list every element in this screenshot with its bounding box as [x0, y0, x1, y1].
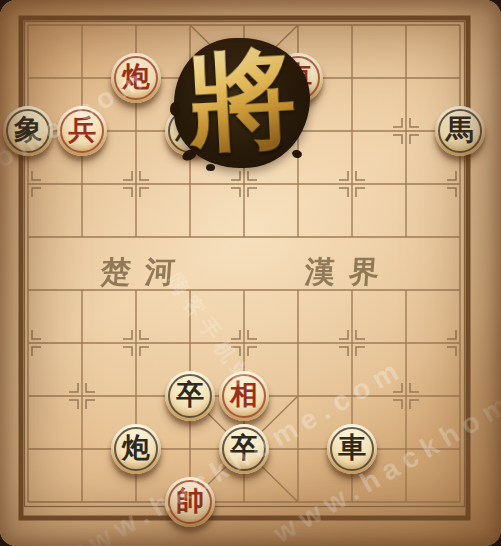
- piece-black-horse-b[interactable]: 馬: [435, 106, 485, 156]
- piece-red-soldier[interactable]: 兵: [57, 106, 107, 156]
- piece-glyph: 炮: [111, 52, 161, 102]
- piece-glyph: 卒: [165, 370, 215, 420]
- piece-black-cannon[interactable]: 炮: [111, 424, 161, 474]
- xiangqi-board[interactable]: 楚河 漢界 炮車象兵馬馬卒相炮卒車帥 將 www.hackhome.com ww…: [0, 0, 501, 546]
- piece-red-elephant[interactable]: 相: [219, 371, 269, 421]
- piece-glyph: 炮: [111, 423, 161, 473]
- piece-black-elephant[interactable]: 象: [3, 106, 53, 156]
- ink-splatter-dot: [206, 164, 215, 171]
- logo-jiang-character: 將: [185, 44, 299, 158]
- ink-splatter-dot: [170, 102, 180, 116]
- piece-black-chariot[interactable]: 車: [327, 424, 377, 474]
- piece-black-soldier-b[interactable]: 卒: [219, 424, 269, 474]
- piece-glyph: 相: [219, 370, 269, 420]
- piece-glyph: 兵: [57, 105, 107, 155]
- piece-black-soldier-a[interactable]: 卒: [165, 371, 215, 421]
- piece-glyph: 帥: [165, 476, 215, 526]
- piece-glyph: 車: [327, 423, 377, 473]
- piece-glyph: 馬: [435, 105, 485, 155]
- piece-red-cannon[interactable]: 炮: [111, 53, 161, 103]
- piece-glyph: 卒: [219, 423, 269, 473]
- app-logo: 將: [174, 38, 310, 168]
- piece-glyph: 象: [3, 105, 53, 155]
- piece-red-general[interactable]: 帥: [165, 477, 215, 527]
